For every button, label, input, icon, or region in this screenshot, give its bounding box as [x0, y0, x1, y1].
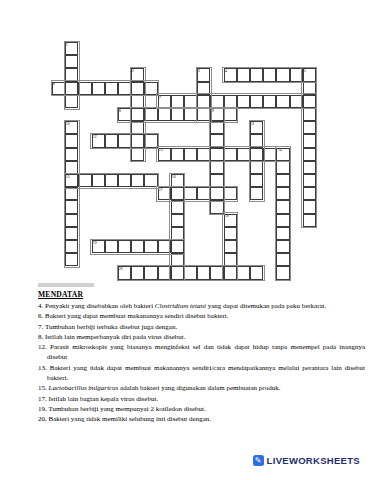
clue-4: 4. Penyakit yang disebabkan oleh bakteri…	[38, 301, 365, 311]
crossword-cell[interactable]	[65, 174, 78, 187]
crossword-cell[interactable]	[210, 187, 223, 200]
crossword-cell[interactable]	[250, 266, 263, 279]
crossword-cell[interactable]	[144, 82, 157, 95]
crossword-cell[interactable]	[263, 148, 276, 161]
crossword-cell[interactable]	[250, 187, 263, 200]
crossword-cell[interactable]	[144, 266, 157, 279]
crossword-cell[interactable]	[171, 227, 184, 240]
crossword-cell[interactable]	[171, 253, 184, 266]
crossword-cell[interactable]	[237, 266, 250, 279]
generator-credit-smudge	[38, 283, 94, 287]
crossword-cell[interactable]	[92, 174, 105, 187]
crossword-cell[interactable]	[276, 68, 289, 81]
crossword-cell[interactable]	[197, 187, 210, 200]
crossword-cell[interactable]	[184, 266, 197, 279]
crossword-cell[interactable]	[65, 148, 78, 161]
crossword-cell[interactable]	[131, 266, 144, 279]
crossword-cell[interactable]	[276, 161, 289, 174]
crossword-cell[interactable]	[65, 240, 78, 253]
crossword-cell[interactable]	[237, 95, 250, 108]
crossword-cell[interactable]	[276, 240, 289, 253]
crossword-cell[interactable]	[250, 161, 263, 174]
crossword-cell[interactable]	[197, 82, 210, 95]
crossword-cell[interactable]	[224, 266, 237, 279]
clue-20: 20. Bakteri yang tidak memiliki selubung…	[38, 414, 365, 424]
crossword-cell[interactable]	[65, 253, 78, 266]
crossword-cell[interactable]	[65, 55, 78, 68]
crossword-cell[interactable]	[158, 266, 171, 279]
crossword-cell[interactable]	[65, 200, 78, 213]
crossword-grid: 1234567891011121314151617181920	[52, 42, 318, 282]
crossword-cell[interactable]	[131, 68, 144, 81]
crossword-cell[interactable]	[65, 68, 78, 81]
crossword-cell[interactable]	[197, 148, 210, 161]
crossword-cell[interactable]	[131, 82, 144, 95]
crossword-cell[interactable]	[171, 174, 184, 187]
crossword-cell[interactable]	[171, 95, 184, 108]
clue-number: 17.	[38, 395, 47, 403]
crossword-cell[interactable]	[65, 82, 78, 95]
crossword-cell[interactable]	[184, 95, 197, 108]
crossword-cell[interactable]	[144, 108, 157, 121]
crossword-cell[interactable]	[276, 174, 289, 187]
crossword-cell[interactable]	[303, 200, 316, 213]
crossword-cell[interactable]	[65, 42, 78, 55]
crossword-cell[interactable]	[276, 95, 289, 108]
clue-number: 13.	[38, 364, 47, 372]
crossword-cell[interactable]	[184, 108, 197, 121]
crossword-cell[interactable]	[303, 108, 316, 121]
crossword-cell[interactable]	[105, 240, 118, 253]
crossword-cell[interactable]	[237, 68, 250, 81]
crossword-cell[interactable]	[118, 134, 131, 147]
crossword-cell[interactable]	[303, 134, 316, 147]
crossword-cell[interactable]	[237, 148, 250, 161]
crossword-cell[interactable]	[131, 134, 144, 147]
crossword-cell[interactable]	[65, 121, 78, 134]
crossword-cell[interactable]	[171, 200, 184, 213]
crossword-cell[interactable]	[65, 227, 78, 240]
crossword-cell[interactable]	[118, 108, 131, 121]
crossword-cell[interactable]	[118, 266, 131, 279]
crossword-cell[interactable]	[303, 161, 316, 174]
crossword-cell[interactable]	[131, 95, 144, 108]
clue-number: 6.	[38, 312, 43, 320]
crossword-cell[interactable]	[184, 148, 197, 161]
crossword-cell[interactable]	[224, 214, 237, 227]
crossword-cell[interactable]	[276, 148, 289, 161]
crossword-cell[interactable]	[224, 187, 237, 200]
crossword-cell[interactable]	[171, 148, 184, 161]
crossword-cell[interactable]	[224, 253, 237, 266]
crossword-cell[interactable]	[276, 214, 289, 227]
crossword-cell[interactable]	[263, 68, 276, 81]
crossword-cell[interactable]	[105, 134, 118, 147]
crossword-cell[interactable]	[303, 214, 316, 227]
crossword-cell[interactable]	[210, 174, 223, 187]
liveworksheets-logo[interactable]: ✎ LIVEWORKSHEETS	[253, 455, 360, 466]
clue-number: 15.	[38, 384, 47, 392]
crossword-cell[interactable]	[224, 95, 237, 108]
crossword-cell[interactable]	[65, 161, 78, 174]
crossword-cell[interactable]	[184, 187, 197, 200]
crossword-cell[interactable]	[224, 240, 237, 253]
crossword-cell[interactable]	[197, 95, 210, 108]
clue-number: 19.	[38, 405, 47, 413]
crossword-cell[interactable]	[224, 227, 237, 240]
crossword-cell[interactable]	[92, 240, 105, 253]
crossword-cell[interactable]	[131, 240, 144, 253]
clue-8: 8. Istilah lain memperbanyak diri pada v…	[38, 332, 365, 342]
crossword-cell[interactable]	[290, 68, 303, 81]
pencil-square-icon: ✎	[253, 455, 264, 466]
crossword-cell[interactable]	[105, 82, 118, 95]
crossword-cell[interactable]	[303, 148, 316, 161]
clue-15: 15. Lactobacillus bulgaricus adalah bakt…	[38, 383, 365, 393]
crossword-cell[interactable]	[65, 95, 78, 108]
crossword-cell[interactable]	[171, 108, 184, 121]
clue-7: 7. Tumbuhan berbiji terbuka disebut juga…	[38, 322, 365, 332]
crossword-cell[interactable]	[210, 266, 223, 279]
crossword-cell[interactable]	[158, 95, 171, 108]
clue-number: 8.	[38, 333, 43, 341]
crossword-cell[interactable]	[276, 200, 289, 213]
crossword-cell[interactable]	[224, 68, 237, 81]
crossword-cell[interactable]	[131, 108, 144, 121]
crossword-cell[interactable]	[131, 148, 144, 161]
crossword-cell[interactable]	[118, 240, 131, 253]
crossword-cell[interactable]	[303, 174, 316, 187]
crossword-cell[interactable]	[276, 227, 289, 240]
crossword-cell[interactable]	[303, 187, 316, 200]
clue-number: 7.	[38, 323, 43, 331]
crossword-cell[interactable]	[118, 82, 131, 95]
crossword-cell[interactable]	[303, 121, 316, 134]
crossword-cell[interactable]	[78, 174, 91, 187]
clue-12: 12. Parasit mikroskopis yang biasanya me…	[38, 342, 365, 363]
clue-list: 4. Penyakit yang disebabkan oleh bakteri…	[38, 301, 365, 424]
crossword-cell[interactable]	[144, 240, 157, 253]
crossword-cell[interactable]	[78, 82, 91, 95]
crossword-cell[interactable]	[52, 82, 65, 95]
crossword-cell[interactable]	[171, 214, 184, 227]
crossword-cell[interactable]	[171, 266, 184, 279]
crossword-cell[interactable]	[210, 108, 223, 121]
crossword-cell[interactable]	[158, 148, 171, 161]
crossword-cell[interactable]	[158, 240, 171, 253]
crossword-cell[interactable]	[276, 253, 289, 266]
crossword-cell[interactable]	[158, 108, 171, 121]
crossword-cell[interactable]	[210, 148, 223, 161]
clue-number: 4.	[38, 302, 43, 310]
crossword-cell[interactable]	[118, 174, 131, 187]
crossword-cell[interactable]	[171, 240, 184, 253]
crossword-cell[interactable]	[224, 148, 237, 161]
crossword-cell[interactable]	[250, 174, 263, 187]
clue-19: 19. Tumbuhan berbiji yang mempunyai 2 ko…	[38, 404, 365, 414]
crossword-cell[interactable]	[171, 187, 184, 200]
crossword-cell[interactable]	[263, 95, 276, 108]
crossword-cell[interactable]	[303, 82, 316, 95]
clue-17: 17. Istilah lain bagian kepala virus dis…	[38, 394, 365, 404]
crossword-cell[interactable]	[303, 68, 316, 81]
crossword-cell[interactable]	[250, 148, 263, 161]
crossword-cell[interactable]	[92, 82, 105, 95]
crossword-cell[interactable]	[210, 200, 223, 213]
clue-number: 20.	[38, 415, 47, 423]
crossword-cell[interactable]	[197, 68, 210, 81]
clue-6: 6. Bakteri yang dapat membuat makanannya…	[38, 311, 365, 321]
crossword-cell[interactable]	[65, 134, 78, 147]
crossword-cell[interactable]	[276, 266, 289, 279]
crossword-cell[interactable]	[197, 266, 210, 279]
liveworksheets-wordmark: LIVEWORKSHEETS	[267, 455, 360, 466]
crossword-cell[interactable]	[197, 108, 210, 121]
crossword-cell[interactable]	[210, 95, 223, 108]
clue-13: 13. Bakteri yang tidak dapat membuat mak…	[38, 363, 365, 384]
crossword-cell[interactable]	[144, 134, 157, 147]
crossword-cell[interactable]	[303, 95, 316, 108]
crossword-cell[interactable]	[131, 121, 144, 134]
crossword-cell[interactable]	[250, 134, 263, 147]
crossword-cell[interactable]	[131, 174, 144, 187]
crossword-cell[interactable]	[210, 121, 223, 134]
crossword-cell[interactable]	[210, 134, 223, 147]
crossword-cell[interactable]	[250, 68, 263, 81]
crossword-cell[interactable]	[276, 187, 289, 200]
crossword-cell[interactable]	[92, 134, 105, 147]
crossword-cell[interactable]	[144, 174, 157, 187]
crossword-cell[interactable]	[290, 95, 303, 108]
crossword-cell[interactable]	[65, 187, 78, 200]
crossword-cell[interactable]	[210, 161, 223, 174]
crossword-cell[interactable]	[224, 108, 237, 121]
crossword-cell[interactable]	[250, 121, 263, 134]
crossword-cell[interactable]	[250, 95, 263, 108]
clue-number: 12.	[38, 343, 47, 351]
crossword-cell[interactable]	[65, 214, 78, 227]
clues-heading: MENDATAR	[38, 290, 83, 299]
crossword-cell[interactable]	[105, 174, 118, 187]
crossword-cell[interactable]	[158, 187, 171, 200]
